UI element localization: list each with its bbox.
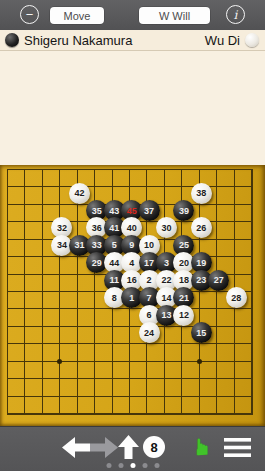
- w-will-button[interactable]: W Will: [139, 7, 210, 24]
- move-button[interactable]: Move: [50, 7, 104, 24]
- page-dot-active: [130, 463, 135, 468]
- stone-42-e14: 42: [69, 183, 90, 204]
- white-stone-icon: [245, 33, 259, 47]
- stone-26-l12: 26: [191, 217, 212, 238]
- stone-28-n8: 28: [226, 287, 247, 308]
- move-number-label: 8: [150, 440, 157, 455]
- bottom-toolbar: 8 ☛: [0, 426, 265, 471]
- player-bar: Shigeru Nakamura Wu Di: [0, 30, 265, 51]
- stone-39-k13: 39: [173, 200, 194, 221]
- info-icon: i: [234, 9, 238, 21]
- black-player-name: Shigeru Nakamura: [24, 33, 132, 48]
- menu-button[interactable]: [223, 427, 251, 467]
- forward-button[interactable]: [89, 427, 119, 467]
- page-dot: [118, 463, 123, 468]
- page-dot: [154, 463, 159, 468]
- hand-button[interactable]: ☛: [188, 427, 216, 467]
- page-dot: [142, 463, 147, 468]
- green-hand-icon: ☛: [189, 437, 215, 458]
- stone-38-l14: 38: [191, 183, 212, 204]
- stone-15-l6: 15: [191, 322, 212, 343]
- page-dot: [106, 463, 111, 468]
- move-number-button[interactable]: 8: [143, 427, 165, 467]
- back-button[interactable]: [61, 427, 91, 467]
- stone-30-j12: 30: [156, 217, 177, 238]
- page-dots[interactable]: [106, 463, 159, 468]
- top-toolbar: − Move W Will i: [0, 0, 265, 31]
- black-stone-icon: [5, 33, 19, 47]
- white-player-name: Wu Di: [205, 33, 240, 48]
- up-arrow-icon: [118, 435, 139, 459]
- renju-board[interactable]: 1234567891011121314151617181920212223242…: [0, 165, 265, 426]
- up-button[interactable]: [116, 427, 141, 467]
- minus-icon: −: [26, 8, 34, 21]
- app-screen: − Move W Will i Shigeru Nakamura Wu Di 1…: [0, 0, 265, 471]
- collapse-button[interactable]: −: [20, 5, 39, 24]
- menu-icon: [224, 438, 251, 457]
- move-number-ball: 8: [143, 436, 165, 458]
- stone-27-m9: 27: [208, 270, 229, 291]
- stone-24-i6: 24: [139, 322, 160, 343]
- back-arrow-icon: [62, 437, 90, 458]
- info-button[interactable]: i: [226, 5, 245, 24]
- stone-grid: 1234567891011121314151617181920212223242…: [0, 162, 261, 423]
- stone-12-k7: 12: [173, 305, 194, 326]
- forward-arrow-icon: [90, 437, 118, 458]
- stone-37-i13: 37: [139, 200, 160, 221]
